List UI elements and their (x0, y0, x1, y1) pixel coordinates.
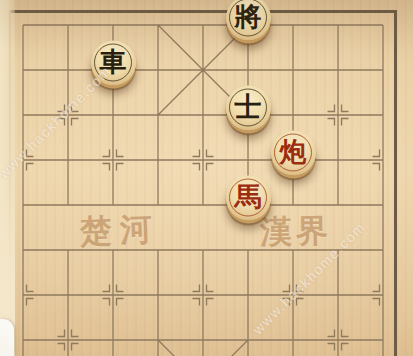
piece-layer[interactable]: 將車士炮馬 (1, 3, 406, 356)
piece-character: 車 (100, 48, 127, 75)
piece-red-horse[interactable]: 馬 (226, 175, 271, 220)
piece-red-cannon[interactable]: 炮 (271, 130, 316, 175)
piece-black-advisor[interactable]: 士 (226, 85, 271, 130)
xiangqi-board-screen: 楚河 漢界 將車士炮馬 www.hackhome.com www.hackhom… (0, 0, 413, 356)
piece-character: 馬 (235, 183, 262, 210)
piece-black-general[interactable]: 將 (226, 0, 271, 40)
piece-black-chariot[interactable]: 車 (91, 40, 136, 85)
piece-character: 將 (235, 3, 262, 30)
background-white-patch (0, 319, 14, 356)
piece-character: 士 (235, 93, 262, 120)
piece-character: 炮 (280, 138, 307, 165)
